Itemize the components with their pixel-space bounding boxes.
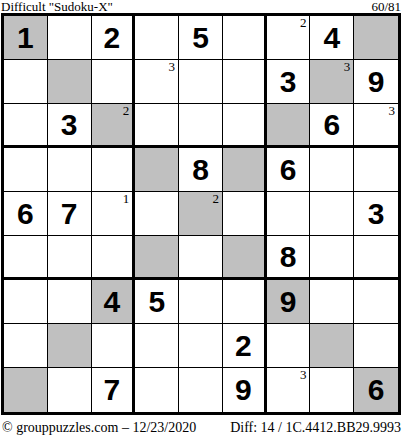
given-digit: 5: [192, 23, 209, 53]
pencil-mark: 3: [344, 60, 351, 74]
given-digit: 4: [323, 23, 340, 53]
pencil-mark: 3: [300, 368, 307, 382]
cell-r3c5[interactable]: [179, 104, 223, 148]
pencil-mark: 2: [123, 104, 130, 118]
cell-r6c9[interactable]: [354, 236, 398, 280]
cell-r8c6[interactable]: 2: [223, 324, 267, 368]
cell-r7c7[interactable]: 9: [267, 280, 311, 324]
given-digit: 2: [235, 331, 252, 361]
pencil-mark: 2: [212, 192, 219, 206]
given-digit: 3: [368, 199, 385, 229]
progress-counter: 60/81: [371, 0, 401, 13]
given-digit: 6: [323, 110, 340, 140]
cell-r7c3[interactable]: 4: [92, 280, 136, 324]
cell-r5c6[interactable]: [223, 192, 267, 236]
cell-r7c2[interactable]: [48, 280, 92, 324]
cell-r7c1[interactable]: [4, 280, 48, 324]
given-digit: 9: [368, 67, 385, 97]
given-digit: 6: [368, 375, 385, 405]
cell-r6c7[interactable]: 8: [267, 236, 311, 280]
given-digit: 3: [61, 110, 78, 140]
given-digit: 2: [104, 23, 121, 53]
puzzle-page: Difficult "Sudoku-X" 60/81 1252433393263…: [0, 0, 402, 437]
cell-r2c5[interactable]: [179, 60, 223, 104]
cell-r7c9[interactable]: [354, 280, 398, 324]
cell-r3c1[interactable]: [4, 104, 48, 148]
cell-r5c8[interactable]: [310, 192, 354, 236]
cell-r8c8[interactable]: [310, 324, 354, 368]
cell-r1c6[interactable]: [223, 16, 267, 60]
cell-r5c2[interactable]: 7: [48, 192, 92, 236]
cell-r4c6[interactable]: [223, 148, 267, 192]
cell-r2c3[interactable]: [92, 60, 136, 104]
page-title: Difficult "Sudoku-X": [1, 0, 113, 13]
given-digit: 9: [235, 375, 252, 405]
difficulty-code: Diff: 14 / 1C.4412.BB29.9993: [230, 420, 401, 435]
pencil-mark: 1: [123, 192, 130, 206]
cell-r4c2[interactable]: [48, 148, 92, 192]
cell-r1c9[interactable]: [354, 16, 398, 60]
cell-r8c3[interactable]: [92, 324, 136, 368]
cell-r9c3[interactable]: 7: [92, 368, 136, 412]
cell-r3c7[interactable]: [267, 104, 311, 148]
cell-r4c9[interactable]: [354, 148, 398, 192]
given-digit: 5: [148, 287, 165, 317]
cell-r5c1[interactable]: 6: [4, 192, 48, 236]
sudoku-board: 12524333932638667123845927936: [1, 13, 401, 415]
cell-r2c6[interactable]: [223, 60, 267, 104]
cell-r6c1[interactable]: [4, 236, 48, 280]
cell-r1c4[interactable]: [135, 16, 179, 60]
cell-r7c5[interactable]: [179, 280, 223, 324]
given-digit: 8: [280, 242, 297, 272]
cell-r4c4[interactable]: [135, 148, 179, 192]
cell-r2c1[interactable]: [4, 60, 48, 104]
cell-r4c7[interactable]: 6: [267, 148, 311, 192]
cell-r2c7[interactable]: 3: [267, 60, 311, 104]
given-digit: 8: [192, 155, 209, 185]
cell-r9c5[interactable]: [179, 368, 223, 412]
cell-r4c3[interactable]: [92, 148, 136, 192]
cell-r3c4[interactable]: [135, 104, 179, 148]
cell-r1c5[interactable]: 5: [179, 16, 223, 60]
cell-r5c4[interactable]: [135, 192, 179, 236]
cell-r3c6[interactable]: [223, 104, 267, 148]
cell-r9c8[interactable]: [310, 368, 354, 412]
footer: © grouppuzzles.com – 12/23/2020 Diff: 14…: [0, 415, 402, 435]
cell-r1c2[interactable]: [48, 16, 92, 60]
cell-r6c4[interactable]: [135, 236, 179, 280]
given-digit: 1: [17, 23, 34, 53]
cell-r3c3[interactable]: 2: [92, 104, 136, 148]
cell-r5c9[interactable]: 3: [354, 192, 398, 236]
cell-r9c7[interactable]: 3: [267, 368, 311, 412]
given-digit: 7: [61, 199, 78, 229]
cell-r3c9[interactable]: 3: [354, 104, 398, 148]
cell-r1c8[interactable]: 4: [310, 16, 354, 60]
given-digit: 7: [104, 375, 121, 405]
cell-r9c1[interactable]: [4, 368, 48, 412]
cell-r5c3[interactable]: 1: [92, 192, 136, 236]
pencil-mark: 3: [389, 104, 396, 118]
given-digit: 4: [104, 287, 121, 317]
cell-r9c2[interactable]: [48, 368, 92, 412]
header: Difficult "Sudoku-X" 60/81: [0, 0, 402, 13]
cell-r2c9[interactable]: 9: [354, 60, 398, 104]
cell-r6c8[interactable]: [310, 236, 354, 280]
cell-r4c5[interactable]: 8: [179, 148, 223, 192]
given-digit: 6: [17, 199, 34, 229]
cell-r3c2[interactable]: 3: [48, 104, 92, 148]
pencil-mark: 3: [169, 60, 176, 74]
cell-r7c6[interactable]: [223, 280, 267, 324]
cell-r4c8[interactable]: [310, 148, 354, 192]
cell-r8c2[interactable]: [48, 324, 92, 368]
cell-r8c4[interactable]: [135, 324, 179, 368]
cell-r8c1[interactable]: [4, 324, 48, 368]
pencil-mark: 2: [300, 16, 307, 30]
cell-r2c4[interactable]: 3: [135, 60, 179, 104]
cell-r6c2[interactable]: [48, 236, 92, 280]
cell-r5c5[interactable]: 2: [179, 192, 223, 236]
cell-r2c8[interactable]: 3: [310, 60, 354, 104]
cell-r6c5[interactable]: [179, 236, 223, 280]
given-digit: 9: [280, 287, 297, 317]
cell-r8c9[interactable]: [354, 324, 398, 368]
cell-r6c3[interactable]: [92, 236, 136, 280]
cell-r1c1[interactable]: 1: [4, 16, 48, 60]
cell-r7c4[interactable]: 5: [135, 280, 179, 324]
cell-r9c9[interactable]: 6: [354, 368, 398, 412]
cell-r1c7[interactable]: 2: [267, 16, 311, 60]
cell-r5c7[interactable]: [267, 192, 311, 236]
cell-r4c1[interactable]: [4, 148, 48, 192]
cell-r9c4[interactable]: [135, 368, 179, 412]
copyright-text: © grouppuzzles.com – 12/23/2020: [2, 420, 196, 435]
cell-r3c8[interactable]: 6: [310, 104, 354, 148]
cell-r9c6[interactable]: 9: [223, 368, 267, 412]
given-digit: 6: [280, 155, 297, 185]
cell-r8c5[interactable]: [179, 324, 223, 368]
given-digit: 3: [280, 67, 297, 97]
cell-r2c2[interactable]: [48, 60, 92, 104]
cell-r6c6[interactable]: [223, 236, 267, 280]
cell-r8c7[interactable]: [267, 324, 311, 368]
cell-r7c8[interactable]: [310, 280, 354, 324]
cell-r1c3[interactable]: 2: [92, 16, 136, 60]
